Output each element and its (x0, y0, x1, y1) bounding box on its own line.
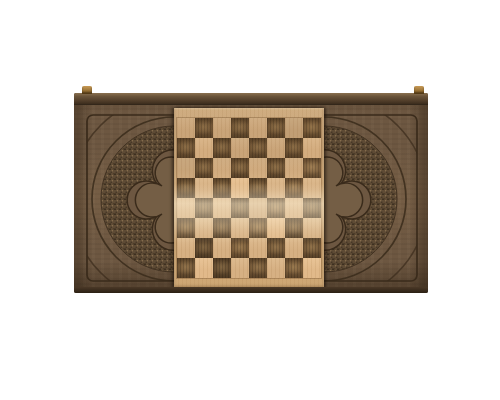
board-square[interactable] (303, 158, 321, 178)
board-square[interactable] (249, 158, 267, 178)
board-square[interactable] (267, 118, 285, 138)
board-square[interactable] (195, 238, 213, 258)
board-square[interactable] (303, 198, 321, 218)
board-square[interactable] (303, 258, 321, 278)
board-square[interactable] (177, 258, 195, 278)
board-square[interactable] (213, 218, 231, 238)
board-square[interactable] (231, 258, 249, 278)
board-square[interactable] (303, 178, 321, 198)
board-square[interactable] (231, 238, 249, 258)
board-square[interactable] (231, 218, 249, 238)
board-square[interactable] (195, 138, 213, 158)
board-square[interactable] (249, 138, 267, 158)
chessboard-panel (174, 108, 324, 288)
board-square[interactable] (303, 218, 321, 238)
board-square[interactable] (213, 238, 231, 258)
board-square[interactable] (195, 198, 213, 218)
board-square[interactable] (249, 258, 267, 278)
board-square[interactable] (231, 158, 249, 178)
board-square[interactable] (285, 178, 303, 198)
board-square[interactable] (231, 118, 249, 138)
board-square[interactable] (249, 218, 267, 238)
board-square[interactable] (285, 238, 303, 258)
backgammon-case (74, 93, 428, 293)
board-square[interactable] (267, 138, 285, 158)
board-square[interactable] (177, 198, 195, 218)
board-square[interactable] (231, 138, 249, 158)
board-square[interactable] (213, 158, 231, 178)
board-square[interactable] (303, 118, 321, 138)
board-square[interactable] (267, 158, 285, 178)
board-square[interactable] (195, 218, 213, 238)
board-square[interactable] (177, 218, 195, 238)
board-square[interactable] (285, 258, 303, 278)
case-top-edge (74, 93, 428, 105)
case-bottom-edge (74, 287, 428, 293)
board-square[interactable] (303, 238, 321, 258)
board-square[interactable] (213, 198, 231, 218)
board-square[interactable] (177, 178, 195, 198)
board-square[interactable] (177, 118, 195, 138)
board-square[interactable] (285, 218, 303, 238)
board-square[interactable] (249, 238, 267, 258)
board-square[interactable] (231, 198, 249, 218)
board-square[interactable] (213, 118, 231, 138)
board-square[interactable] (195, 178, 213, 198)
board-square[interactable] (249, 178, 267, 198)
board-square[interactable] (195, 158, 213, 178)
board-square[interactable] (267, 178, 285, 198)
board-square[interactable] (177, 238, 195, 258)
board-square[interactable] (249, 198, 267, 218)
board-square[interactable] (195, 118, 213, 138)
product-photo (0, 0, 500, 400)
board-square[interactable] (213, 178, 231, 198)
left-hinge-icon (82, 86, 92, 94)
board-square[interactable] (267, 198, 285, 218)
board-square[interactable] (285, 118, 303, 138)
board-square[interactable] (285, 158, 303, 178)
board-square[interactable] (285, 198, 303, 218)
board-square[interactable] (267, 238, 285, 258)
board-square[interactable] (195, 258, 213, 278)
board-square[interactable] (177, 158, 195, 178)
board-square[interactable] (249, 118, 267, 138)
board-square[interactable] (177, 138, 195, 158)
board-square[interactable] (267, 218, 285, 238)
board-square[interactable] (267, 258, 285, 278)
board-square[interactable] (285, 138, 303, 158)
board-square[interactable] (213, 258, 231, 278)
board-square[interactable] (303, 138, 321, 158)
board-square[interactable] (213, 138, 231, 158)
board-square[interactable] (231, 178, 249, 198)
right-hinge-icon (414, 86, 424, 94)
board-grid (177, 118, 321, 278)
